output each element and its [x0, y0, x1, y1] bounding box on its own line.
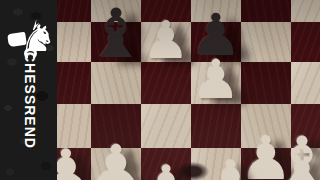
square-c6	[91, 0, 141, 22]
square-f3	[241, 104, 291, 148]
brand-sidebar: ♞ CHESSREND	[0, 0, 57, 180]
square-f6	[241, 0, 291, 22]
square-g4	[291, 62, 320, 104]
square-d5: ♟	[141, 22, 191, 62]
chess-board: ♝♟♟♟♟♟♟	[41, 0, 320, 180]
square-d6	[141, 0, 191, 22]
square-e4: ♟	[191, 62, 241, 104]
square-f2: ♟	[241, 148, 291, 180]
square-e6	[191, 0, 241, 22]
square-g6	[291, 0, 320, 22]
square-f5	[241, 22, 291, 62]
cast-shadow	[177, 162, 209, 180]
square-c4	[91, 62, 141, 104]
square-e3	[191, 104, 241, 148]
square-f4	[241, 62, 291, 104]
square-d3	[141, 104, 191, 148]
square-e5: ♟	[191, 22, 241, 62]
square-g5	[291, 22, 320, 62]
square-g3	[291, 104, 320, 148]
brand-text: CHESSREND	[22, 52, 38, 149]
square-c5: ♝	[91, 22, 141, 62]
chess-render-scene: ♝♟♟♟♟♟♟ ♞ CHESSREND ♟♟♝	[0, 0, 320, 180]
square-g2	[291, 148, 320, 180]
piece-white-pawn-d5: ♟	[143, 14, 190, 66]
piece-white-pawn-e4: ♟	[192, 53, 240, 107]
square-d4	[141, 62, 191, 104]
square-c2: ♟	[91, 148, 141, 180]
square-c3	[91, 104, 141, 148]
